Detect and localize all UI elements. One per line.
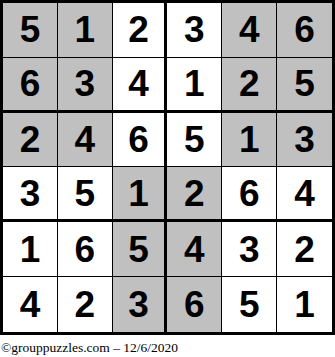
cell-r4c1: 3 (3, 167, 58, 222)
cell-r2c4: 1 (167, 58, 222, 113)
cell-r2c3: 4 (113, 58, 168, 113)
cell-r1c6: 6 (277, 3, 332, 58)
cell-r3c3: 6 (113, 113, 168, 168)
cell-r2c1: 6 (3, 58, 58, 113)
cell-r3c5: 1 (222, 113, 277, 168)
cell-r2c2: 3 (58, 58, 113, 113)
cell-r2c5: 2 (222, 58, 277, 113)
cell-r4c6: 4 (277, 167, 332, 222)
cell-r1c3: 2 (113, 3, 168, 58)
cell-r6c3: 3 (113, 277, 168, 332)
cell-r4c3: 1 (113, 167, 168, 222)
cell-r5c6: 2 (277, 222, 332, 277)
cell-r3c1: 2 (3, 113, 58, 168)
cell-r4c4: 2 (167, 167, 222, 222)
cell-r1c1: 5 (3, 3, 58, 58)
cell-r1c4: 3 (167, 3, 222, 58)
cell-r6c5: 5 (222, 277, 277, 332)
cell-r5c2: 6 (58, 222, 113, 277)
cell-r6c2: 2 (58, 277, 113, 332)
cell-r6c1: 4 (3, 277, 58, 332)
puzzle-page: 512346634125246513351264165432423651 ©gr… (0, 0, 335, 357)
cell-r1c2: 1 (58, 3, 113, 58)
sudoku-board: 512346634125246513351264165432423651 (0, 0, 335, 335)
cell-r4c5: 6 (222, 167, 277, 222)
cell-r3c2: 4 (58, 113, 113, 168)
cell-r2c6: 5 (277, 58, 332, 113)
cell-r5c1: 1 (3, 222, 58, 277)
cell-r5c3: 5 (113, 222, 168, 277)
copyright-text: ©grouppuzzles.com – 12/6/2020 (1, 340, 178, 355)
cell-r5c4: 4 (167, 222, 222, 277)
cell-r4c2: 5 (58, 167, 113, 222)
cell-r6c6: 1 (277, 277, 332, 332)
cell-r6c4: 6 (167, 277, 222, 332)
copyright-footer: ©grouppuzzles.com – 12/6/2020 (0, 340, 335, 356)
cell-r3c4: 5 (167, 113, 222, 168)
cell-r1c5: 4 (222, 3, 277, 58)
cell-r5c5: 3 (222, 222, 277, 277)
cell-r3c6: 3 (277, 113, 332, 168)
